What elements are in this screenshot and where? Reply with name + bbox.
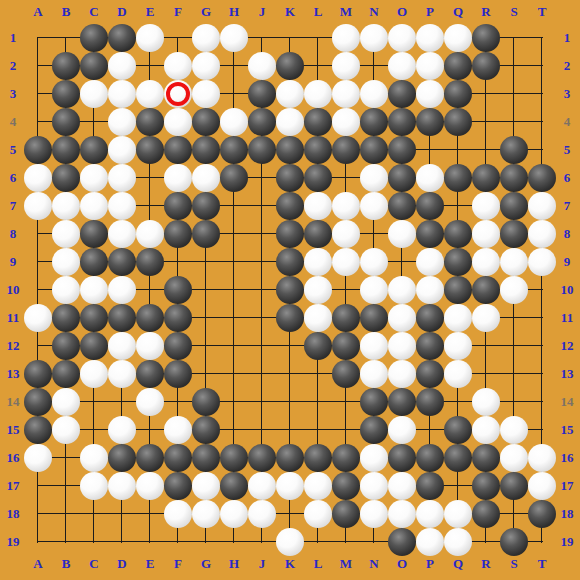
intersection-H12[interactable] xyxy=(220,332,248,360)
intersection-Q13[interactable] xyxy=(444,360,472,388)
intersection-P19[interactable] xyxy=(416,528,444,556)
intersection-H6[interactable] xyxy=(220,164,248,192)
intersection-O16[interactable] xyxy=(388,444,416,472)
intersection-R15[interactable] xyxy=(472,416,500,444)
intersection-H4[interactable] xyxy=(220,108,248,136)
intersection-A11[interactable] xyxy=(24,304,52,332)
intersection-T2[interactable] xyxy=(528,52,556,80)
intersection-Q17[interactable] xyxy=(444,472,472,500)
intersection-J11[interactable] xyxy=(248,304,276,332)
intersection-B8[interactable] xyxy=(52,220,80,248)
intersection-D12[interactable] xyxy=(108,332,136,360)
intersection-L15[interactable] xyxy=(304,416,332,444)
intersection-G12[interactable] xyxy=(192,332,220,360)
intersection-R3[interactable] xyxy=(472,80,500,108)
intersection-J8[interactable] xyxy=(248,220,276,248)
intersection-E15[interactable] xyxy=(136,416,164,444)
intersection-D5[interactable] xyxy=(108,136,136,164)
intersection-A18[interactable] xyxy=(24,500,52,528)
intersection-D8[interactable] xyxy=(108,220,136,248)
intersection-T13[interactable] xyxy=(528,360,556,388)
intersection-G13[interactable] xyxy=(192,360,220,388)
intersection-Q5[interactable] xyxy=(444,136,472,164)
intersection-E13[interactable] xyxy=(136,360,164,388)
intersection-H9[interactable] xyxy=(220,248,248,276)
intersection-F14[interactable] xyxy=(164,388,192,416)
intersection-N11[interactable] xyxy=(360,304,388,332)
intersection-D4[interactable] xyxy=(108,108,136,136)
intersection-S11[interactable] xyxy=(500,304,528,332)
intersection-O7[interactable] xyxy=(388,192,416,220)
intersection-A12[interactable] xyxy=(24,332,52,360)
intersection-B5[interactable] xyxy=(52,136,80,164)
intersection-S1[interactable] xyxy=(500,24,528,52)
intersection-R9[interactable] xyxy=(472,248,500,276)
intersection-T7[interactable] xyxy=(528,192,556,220)
intersection-O12[interactable] xyxy=(388,332,416,360)
intersection-H17[interactable] xyxy=(220,472,248,500)
intersection-D3[interactable] xyxy=(108,80,136,108)
intersection-A10[interactable] xyxy=(24,276,52,304)
intersection-L16[interactable] xyxy=(304,444,332,472)
intersection-S16[interactable] xyxy=(500,444,528,472)
intersection-E9[interactable] xyxy=(136,248,164,276)
intersection-A15[interactable] xyxy=(24,416,52,444)
intersection-S19[interactable] xyxy=(500,528,528,556)
intersection-F1[interactable] xyxy=(164,24,192,52)
intersection-E14[interactable] xyxy=(136,388,164,416)
intersection-Q4[interactable] xyxy=(444,108,472,136)
intersection-R4[interactable] xyxy=(472,108,500,136)
intersection-J14[interactable] xyxy=(248,388,276,416)
intersection-O11[interactable] xyxy=(388,304,416,332)
intersection-R6[interactable] xyxy=(472,164,500,192)
intersection-E6[interactable] xyxy=(136,164,164,192)
intersection-G16[interactable] xyxy=(192,444,220,472)
intersection-M17[interactable] xyxy=(332,472,360,500)
intersection-G18[interactable] xyxy=(192,500,220,528)
intersection-C16[interactable] xyxy=(80,444,108,472)
intersection-S15[interactable] xyxy=(500,416,528,444)
intersection-K15[interactable] xyxy=(276,416,304,444)
intersection-E16[interactable] xyxy=(136,444,164,472)
intersection-G2[interactable] xyxy=(192,52,220,80)
intersection-R14[interactable] xyxy=(472,388,500,416)
intersection-P11[interactable] xyxy=(416,304,444,332)
intersection-A7[interactable] xyxy=(24,192,52,220)
intersection-K10[interactable] xyxy=(276,276,304,304)
intersection-N10[interactable] xyxy=(360,276,388,304)
intersection-Q9[interactable] xyxy=(444,248,472,276)
intersection-P5[interactable] xyxy=(416,136,444,164)
intersection-Q7[interactable] xyxy=(444,192,472,220)
intersection-E2[interactable] xyxy=(136,52,164,80)
intersection-C2[interactable] xyxy=(80,52,108,80)
intersection-N17[interactable] xyxy=(360,472,388,500)
intersection-F3[interactable] xyxy=(164,80,192,108)
intersection-N18[interactable] xyxy=(360,500,388,528)
intersection-G1[interactable] xyxy=(192,24,220,52)
intersection-A14[interactable] xyxy=(24,388,52,416)
intersection-N5[interactable] xyxy=(360,136,388,164)
intersection-G3[interactable] xyxy=(192,80,220,108)
intersection-P3[interactable] xyxy=(416,80,444,108)
intersection-L6[interactable] xyxy=(304,164,332,192)
intersection-H5[interactable] xyxy=(220,136,248,164)
intersection-E17[interactable] xyxy=(136,472,164,500)
intersection-D18[interactable] xyxy=(108,500,136,528)
intersection-A8[interactable] xyxy=(24,220,52,248)
intersection-F11[interactable] xyxy=(164,304,192,332)
intersection-O8[interactable] xyxy=(388,220,416,248)
intersection-D17[interactable] xyxy=(108,472,136,500)
intersection-R10[interactable] xyxy=(472,276,500,304)
intersection-G5[interactable] xyxy=(192,136,220,164)
intersection-R16[interactable] xyxy=(472,444,500,472)
intersection-F9[interactable] xyxy=(164,248,192,276)
intersection-L5[interactable] xyxy=(304,136,332,164)
intersection-E10[interactable] xyxy=(136,276,164,304)
intersection-N3[interactable] xyxy=(360,80,388,108)
intersection-N2[interactable] xyxy=(360,52,388,80)
intersection-D2[interactable] xyxy=(108,52,136,80)
intersection-T3[interactable] xyxy=(528,80,556,108)
intersection-T17[interactable] xyxy=(528,472,556,500)
intersection-H16[interactable] xyxy=(220,444,248,472)
intersection-H8[interactable] xyxy=(220,220,248,248)
intersection-F6[interactable] xyxy=(164,164,192,192)
intersection-B3[interactable] xyxy=(52,80,80,108)
intersection-T4[interactable] xyxy=(528,108,556,136)
intersection-Q18[interactable] xyxy=(444,500,472,528)
intersection-F8[interactable] xyxy=(164,220,192,248)
intersection-Q8[interactable] xyxy=(444,220,472,248)
intersection-J17[interactable] xyxy=(248,472,276,500)
intersection-M12[interactable] xyxy=(332,332,360,360)
intersection-H14[interactable] xyxy=(220,388,248,416)
intersection-G7[interactable] xyxy=(192,192,220,220)
intersection-B11[interactable] xyxy=(52,304,80,332)
intersection-A5[interactable] xyxy=(24,136,52,164)
intersection-L2[interactable] xyxy=(304,52,332,80)
intersection-T10[interactable] xyxy=(528,276,556,304)
intersection-M14[interactable] xyxy=(332,388,360,416)
intersection-A1[interactable] xyxy=(24,24,52,52)
intersection-E3[interactable] xyxy=(136,80,164,108)
intersection-J10[interactable] xyxy=(248,276,276,304)
intersection-R7[interactable] xyxy=(472,192,500,220)
intersection-T14[interactable] xyxy=(528,388,556,416)
intersection-D15[interactable] xyxy=(108,416,136,444)
intersection-L14[interactable] xyxy=(304,388,332,416)
intersection-K16[interactable] xyxy=(276,444,304,472)
intersection-G19[interactable] xyxy=(192,528,220,556)
intersection-H3[interactable] xyxy=(220,80,248,108)
intersection-L1[interactable] xyxy=(304,24,332,52)
intersection-C11[interactable] xyxy=(80,304,108,332)
intersection-M10[interactable] xyxy=(332,276,360,304)
intersection-S12[interactable] xyxy=(500,332,528,360)
intersection-M4[interactable] xyxy=(332,108,360,136)
intersection-P16[interactable] xyxy=(416,444,444,472)
intersection-N13[interactable] xyxy=(360,360,388,388)
intersection-D11[interactable] xyxy=(108,304,136,332)
intersection-L7[interactable] xyxy=(304,192,332,220)
intersection-L19[interactable] xyxy=(304,528,332,556)
intersection-H2[interactable] xyxy=(220,52,248,80)
intersection-N14[interactable] xyxy=(360,388,388,416)
intersection-C4[interactable] xyxy=(80,108,108,136)
intersection-N15[interactable] xyxy=(360,416,388,444)
intersection-C10[interactable] xyxy=(80,276,108,304)
intersection-C7[interactable] xyxy=(80,192,108,220)
intersection-M19[interactable] xyxy=(332,528,360,556)
intersection-D19[interactable] xyxy=(108,528,136,556)
intersection-E8[interactable] xyxy=(136,220,164,248)
intersection-C13[interactable] xyxy=(80,360,108,388)
intersection-O15[interactable] xyxy=(388,416,416,444)
intersection-Q19[interactable] xyxy=(444,528,472,556)
intersection-M11[interactable] xyxy=(332,304,360,332)
intersection-F5[interactable] xyxy=(164,136,192,164)
intersection-G11[interactable] xyxy=(192,304,220,332)
intersection-T15[interactable] xyxy=(528,416,556,444)
intersection-G6[interactable] xyxy=(192,164,220,192)
intersection-K18[interactable] xyxy=(276,500,304,528)
intersection-L11[interactable] xyxy=(304,304,332,332)
intersection-H15[interactable] xyxy=(220,416,248,444)
intersection-J12[interactable] xyxy=(248,332,276,360)
intersection-C19[interactable] xyxy=(80,528,108,556)
intersection-Q3[interactable] xyxy=(444,80,472,108)
intersection-J9[interactable] xyxy=(248,248,276,276)
intersection-J6[interactable] xyxy=(248,164,276,192)
intersection-M7[interactable] xyxy=(332,192,360,220)
intersection-N9[interactable] xyxy=(360,248,388,276)
intersection-O10[interactable] xyxy=(388,276,416,304)
intersection-L9[interactable] xyxy=(304,248,332,276)
intersection-Q12[interactable] xyxy=(444,332,472,360)
intersection-P4[interactable] xyxy=(416,108,444,136)
intersection-T19[interactable] xyxy=(528,528,556,556)
intersection-E18[interactable] xyxy=(136,500,164,528)
intersection-F2[interactable] xyxy=(164,52,192,80)
intersection-N6[interactable] xyxy=(360,164,388,192)
intersection-J16[interactable] xyxy=(248,444,276,472)
intersection-Q2[interactable] xyxy=(444,52,472,80)
intersection-C15[interactable] xyxy=(80,416,108,444)
intersection-F17[interactable] xyxy=(164,472,192,500)
intersection-N16[interactable] xyxy=(360,444,388,472)
intersection-O14[interactable] xyxy=(388,388,416,416)
intersection-M1[interactable] xyxy=(332,24,360,52)
intersection-J18[interactable] xyxy=(248,500,276,528)
intersection-J1[interactable] xyxy=(248,24,276,52)
intersection-H19[interactable] xyxy=(220,528,248,556)
intersection-Q11[interactable] xyxy=(444,304,472,332)
intersection-O2[interactable] xyxy=(388,52,416,80)
intersection-M9[interactable] xyxy=(332,248,360,276)
intersection-S13[interactable] xyxy=(500,360,528,388)
intersection-S5[interactable] xyxy=(500,136,528,164)
intersection-R5[interactable] xyxy=(472,136,500,164)
intersection-K17[interactable] xyxy=(276,472,304,500)
intersection-J3[interactable] xyxy=(248,80,276,108)
intersection-C18[interactable] xyxy=(80,500,108,528)
intersection-C5[interactable] xyxy=(80,136,108,164)
intersection-H1[interactable] xyxy=(220,24,248,52)
intersection-D6[interactable] xyxy=(108,164,136,192)
intersection-C1[interactable] xyxy=(80,24,108,52)
intersection-R19[interactable] xyxy=(472,528,500,556)
intersection-K1[interactable] xyxy=(276,24,304,52)
intersection-F12[interactable] xyxy=(164,332,192,360)
intersection-N7[interactable] xyxy=(360,192,388,220)
intersection-B4[interactable] xyxy=(52,108,80,136)
intersection-M13[interactable] xyxy=(332,360,360,388)
intersection-C17[interactable] xyxy=(80,472,108,500)
intersection-R17[interactable] xyxy=(472,472,500,500)
intersection-A4[interactable] xyxy=(24,108,52,136)
intersection-R11[interactable] xyxy=(472,304,500,332)
intersection-L4[interactable] xyxy=(304,108,332,136)
intersection-C6[interactable] xyxy=(80,164,108,192)
intersection-L3[interactable] xyxy=(304,80,332,108)
intersection-A3[interactable] xyxy=(24,80,52,108)
intersection-K4[interactable] xyxy=(276,108,304,136)
intersection-N12[interactable] xyxy=(360,332,388,360)
intersection-B7[interactable] xyxy=(52,192,80,220)
intersection-D13[interactable] xyxy=(108,360,136,388)
intersection-P18[interactable] xyxy=(416,500,444,528)
intersection-P8[interactable] xyxy=(416,220,444,248)
intersection-H7[interactable] xyxy=(220,192,248,220)
intersection-E1[interactable] xyxy=(136,24,164,52)
intersection-E7[interactable] xyxy=(136,192,164,220)
intersection-Q1[interactable] xyxy=(444,24,472,52)
intersection-S9[interactable] xyxy=(500,248,528,276)
intersection-L17[interactable] xyxy=(304,472,332,500)
intersection-M15[interactable] xyxy=(332,416,360,444)
intersection-T12[interactable] xyxy=(528,332,556,360)
intersection-B14[interactable] xyxy=(52,388,80,416)
intersection-C14[interactable] xyxy=(80,388,108,416)
intersection-J15[interactable] xyxy=(248,416,276,444)
intersection-F13[interactable] xyxy=(164,360,192,388)
intersection-S7[interactable] xyxy=(500,192,528,220)
intersection-F7[interactable] xyxy=(164,192,192,220)
intersection-G10[interactable] xyxy=(192,276,220,304)
intersection-K19[interactable] xyxy=(276,528,304,556)
intersection-N1[interactable] xyxy=(360,24,388,52)
intersection-G9[interactable] xyxy=(192,248,220,276)
intersection-K9[interactable] xyxy=(276,248,304,276)
intersection-S3[interactable] xyxy=(500,80,528,108)
intersection-D1[interactable] xyxy=(108,24,136,52)
intersection-R8[interactable] xyxy=(472,220,500,248)
intersection-T8[interactable] xyxy=(528,220,556,248)
intersection-T1[interactable] xyxy=(528,24,556,52)
intersection-H11[interactable] xyxy=(220,304,248,332)
intersection-M5[interactable] xyxy=(332,136,360,164)
intersection-M3[interactable] xyxy=(332,80,360,108)
intersection-M16[interactable] xyxy=(332,444,360,472)
intersection-G4[interactable] xyxy=(192,108,220,136)
intersection-A17[interactable] xyxy=(24,472,52,500)
intersection-J7[interactable] xyxy=(248,192,276,220)
intersection-P17[interactable] xyxy=(416,472,444,500)
intersection-A16[interactable] xyxy=(24,444,52,472)
intersection-K6[interactable] xyxy=(276,164,304,192)
intersection-C9[interactable] xyxy=(80,248,108,276)
intersection-Q15[interactable] xyxy=(444,416,472,444)
intersection-E12[interactable] xyxy=(136,332,164,360)
intersection-F18[interactable] xyxy=(164,500,192,528)
intersection-P9[interactable] xyxy=(416,248,444,276)
intersection-A9[interactable] xyxy=(24,248,52,276)
intersection-S2[interactable] xyxy=(500,52,528,80)
intersection-A2[interactable] xyxy=(24,52,52,80)
intersection-P15[interactable] xyxy=(416,416,444,444)
intersection-B9[interactable] xyxy=(52,248,80,276)
intersection-Q6[interactable] xyxy=(444,164,472,192)
intersection-G14[interactable] xyxy=(192,388,220,416)
intersection-P10[interactable] xyxy=(416,276,444,304)
intersection-K11[interactable] xyxy=(276,304,304,332)
intersection-F19[interactable] xyxy=(164,528,192,556)
intersection-S10[interactable] xyxy=(500,276,528,304)
intersection-K12[interactable] xyxy=(276,332,304,360)
intersection-C3[interactable] xyxy=(80,80,108,108)
intersection-O3[interactable] xyxy=(388,80,416,108)
intersection-O6[interactable] xyxy=(388,164,416,192)
intersection-C8[interactable] xyxy=(80,220,108,248)
intersection-N8[interactable] xyxy=(360,220,388,248)
intersection-R2[interactable] xyxy=(472,52,500,80)
intersection-N19[interactable] xyxy=(360,528,388,556)
intersection-L10[interactable] xyxy=(304,276,332,304)
intersection-B19[interactable] xyxy=(52,528,80,556)
intersection-G17[interactable] xyxy=(192,472,220,500)
intersection-L8[interactable] xyxy=(304,220,332,248)
intersection-S6[interactable] xyxy=(500,164,528,192)
intersection-B2[interactable] xyxy=(52,52,80,80)
intersection-B16[interactable] xyxy=(52,444,80,472)
intersection-P1[interactable] xyxy=(416,24,444,52)
intersection-E19[interactable] xyxy=(136,528,164,556)
intersection-S17[interactable] xyxy=(500,472,528,500)
intersection-O1[interactable] xyxy=(388,24,416,52)
intersection-G8[interactable] xyxy=(192,220,220,248)
intersection-O17[interactable] xyxy=(388,472,416,500)
intersection-L12[interactable] xyxy=(304,332,332,360)
intersection-D14[interactable] xyxy=(108,388,136,416)
intersection-B15[interactable] xyxy=(52,416,80,444)
intersection-O18[interactable] xyxy=(388,500,416,528)
intersection-D16[interactable] xyxy=(108,444,136,472)
intersection-A13[interactable] xyxy=(24,360,52,388)
intersection-O4[interactable] xyxy=(388,108,416,136)
intersection-T16[interactable] xyxy=(528,444,556,472)
intersection-F16[interactable] xyxy=(164,444,192,472)
intersection-D10[interactable] xyxy=(108,276,136,304)
intersection-R18[interactable] xyxy=(472,500,500,528)
intersection-N4[interactable] xyxy=(360,108,388,136)
intersection-O5[interactable] xyxy=(388,136,416,164)
intersection-H13[interactable] xyxy=(220,360,248,388)
intersection-Q16[interactable] xyxy=(444,444,472,472)
intersection-K13[interactable] xyxy=(276,360,304,388)
